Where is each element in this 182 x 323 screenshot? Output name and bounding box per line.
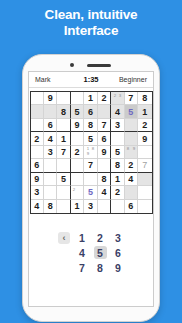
pencil-marks: 2: [71, 187, 82, 198]
cell-r4c7[interactable]: [111, 132, 124, 145]
cell-r6c8[interactable]: 2: [125, 159, 138, 172]
cell-r2c8[interactable]: 5: [125, 105, 138, 118]
page-background: { "game": "sudoku", "title": { "line1": …: [0, 0, 182, 323]
cell-r8c3[interactable]: [57, 186, 70, 199]
cell-r2c3[interactable]: 8: [57, 105, 70, 118]
camera-icon: [70, 63, 74, 67]
cell-r6c1[interactable]: 6: [31, 159, 44, 172]
cell-r9c2[interactable]: 8: [44, 200, 57, 213]
cell-r2c1[interactable]: [31, 105, 44, 118]
cell-r1c2[interactable]: 9: [44, 92, 57, 105]
cell-r2c4[interactable]: 5: [71, 105, 84, 118]
cell-r5c4[interactable]: 2: [71, 146, 84, 159]
cell-r5c8[interactable]: 89: [125, 146, 138, 159]
cell-r8c5[interactable]: 5: [84, 186, 97, 199]
pencil-mark-digit: 9: [132, 146, 134, 149]
keypad-6[interactable]: 6: [112, 246, 125, 259]
cell-r3c9[interactable]: 2: [138, 119, 151, 132]
cell-r8c2[interactable]: [44, 186, 57, 199]
cell-r8c6[interactable]: 4: [98, 186, 111, 199]
cell-r4c9[interactable]: 9: [138, 132, 151, 145]
cell-r4c6[interactable]: 6: [98, 132, 111, 145]
cell-r9c6[interactable]: [98, 200, 111, 213]
cell-r1c9[interactable]: 8: [138, 92, 151, 105]
pencil-mark-digit: 8: [127, 146, 129, 149]
keypad-4[interactable]: 4: [76, 246, 89, 259]
pencil-mark-digit: 9: [86, 151, 88, 154]
keypad-1[interactable]: 1: [76, 231, 89, 244]
marks-button[interactable]: Mark: [35, 76, 72, 83]
page-title: Clean, intuitive Interface: [0, 0, 182, 38]
pencil-mark-digit: 8: [92, 146, 94, 149]
cell-r6c5[interactable]: 7: [84, 159, 97, 172]
keypad-7[interactable]: 7: [76, 261, 89, 274]
cell-r7c8[interactable]: 4: [125, 173, 138, 186]
cell-r5c6[interactable]: 9: [98, 146, 111, 159]
cell-r2c7[interactable]: 4: [111, 105, 124, 118]
timer-label: 1:35: [72, 75, 109, 84]
cell-r2c9[interactable]: 1: [138, 105, 151, 118]
number-keypad: ‹ 123456789: [55, 230, 153, 275]
cell-r9c7[interactable]: [111, 200, 124, 213]
keypad-2[interactable]: 2: [94, 231, 107, 244]
cell-r9c8[interactable]: 6: [125, 200, 138, 213]
cell-r3c3[interactable]: [57, 119, 70, 132]
difficulty-label: Beginner: [110, 76, 147, 83]
cell-r7c2[interactable]: [44, 173, 57, 186]
cell-r9c9[interactable]: [138, 200, 151, 213]
cell-r5c7[interactable]: 5: [111, 146, 124, 159]
keypad-8[interactable]: 8: [94, 261, 107, 274]
cell-r5c1[interactable]: [31, 146, 44, 159]
cell-r8c4[interactable]: 2: [71, 186, 84, 199]
phone-screen: Mark 1:35 Beginner 912237885645169873224…: [28, 71, 154, 307]
cell-r1c6[interactable]: 2: [98, 92, 111, 105]
pencil-marks: 189: [85, 146, 96, 157]
cell-r1c4[interactable]: [71, 92, 84, 105]
cell-r7c5[interactable]: [84, 173, 97, 186]
cell-r4c1[interactable]: 2: [31, 132, 44, 145]
cell-r8c8[interactable]: [125, 186, 138, 199]
cell-r1c1[interactable]: [31, 92, 44, 105]
cell-r6c6[interactable]: [98, 159, 111, 172]
cell-r1c5[interactable]: 1: [84, 92, 97, 105]
cell-r3c5[interactable]: 8: [84, 119, 97, 132]
cell-r2c6[interactable]: [98, 105, 111, 118]
pencil-mark-digit: 2: [113, 93, 115, 96]
pencil-mark-digit: 1: [86, 146, 88, 149]
sudoku-board: 9122378856451698732241569372189958967827…: [30, 91, 153, 214]
keypad-3[interactable]: 3: [112, 231, 125, 244]
cell-r4c8[interactable]: [125, 132, 138, 145]
cell-r7c4[interactable]: [71, 173, 84, 186]
cell-r5c3[interactable]: 7: [57, 146, 70, 159]
cell-r2c5[interactable]: 6: [84, 105, 97, 118]
cell-r5c5[interactable]: 189: [84, 146, 97, 159]
cell-r9c3[interactable]: [57, 200, 70, 213]
pencil-mark-digit: 2: [73, 187, 75, 190]
cell-r9c4[interactable]: 1: [71, 200, 84, 213]
cell-r1c8[interactable]: 7: [125, 92, 138, 105]
pencil-mark-digit: 3: [119, 93, 121, 96]
cell-r9c5[interactable]: 3: [84, 200, 97, 213]
cell-r4c4[interactable]: [71, 132, 84, 145]
page-title-line1: Clean, intuitive: [0, 7, 182, 23]
cell-r4c3[interactable]: 1: [57, 132, 70, 145]
back-chevron-button[interactable]: ‹: [58, 232, 70, 244]
app-bar: Mark 1:35 Beginner: [29, 72, 153, 88]
cell-r3c7[interactable]: 3: [111, 119, 124, 132]
cell-r4c5[interactable]: 5: [84, 132, 97, 145]
cell-r3c8[interactable]: [125, 119, 138, 132]
cell-r3c1[interactable]: [31, 119, 44, 132]
cell-r8c7[interactable]: 2: [111, 186, 124, 199]
cell-r3c4[interactable]: 9: [71, 119, 84, 132]
cell-r7c7[interactable]: 1: [111, 173, 124, 186]
cell-r7c3[interactable]: 5: [57, 173, 70, 186]
cell-r6c7[interactable]: 8: [111, 159, 124, 172]
cell-r7c1[interactable]: 9: [31, 173, 44, 186]
speaker-icon: [87, 64, 111, 68]
cell-r5c9[interactable]: [138, 146, 151, 159]
cell-r6c4[interactable]: [71, 159, 84, 172]
cell-r6c9[interactable]: 7: [138, 159, 151, 172]
cell-r6c3[interactable]: [57, 159, 70, 172]
phone-frame: Mark 1:35 Beginner 912237885645169873224…: [22, 54, 160, 322]
cell-r7c9[interactable]: [138, 173, 151, 186]
cell-r5c2[interactable]: 3: [44, 146, 57, 159]
cell-r1c3[interactable]: [57, 92, 70, 105]
cell-r1c7[interactable]: 23: [111, 92, 124, 105]
cell-r2c2[interactable]: [44, 105, 57, 118]
cell-r3c2[interactable]: 6: [44, 119, 57, 132]
cell-r7c6[interactable]: 8: [98, 173, 111, 186]
cell-r6c2[interactable]: [44, 159, 57, 172]
page-title-line2: Interface: [0, 23, 182, 39]
keypad-5[interactable]: 5: [94, 246, 107, 259]
pencil-marks: 23: [112, 93, 123, 104]
cell-r4c2[interactable]: 4: [44, 132, 57, 145]
keypad-9[interactable]: 9: [112, 261, 125, 274]
cell-r8c9[interactable]: [138, 186, 151, 199]
cell-r9c1[interactable]: 4: [31, 200, 44, 213]
pencil-marks: 89: [125, 146, 136, 157]
cell-r3c6[interactable]: 7: [98, 119, 111, 132]
cell-r8c1[interactable]: 3: [31, 186, 44, 199]
